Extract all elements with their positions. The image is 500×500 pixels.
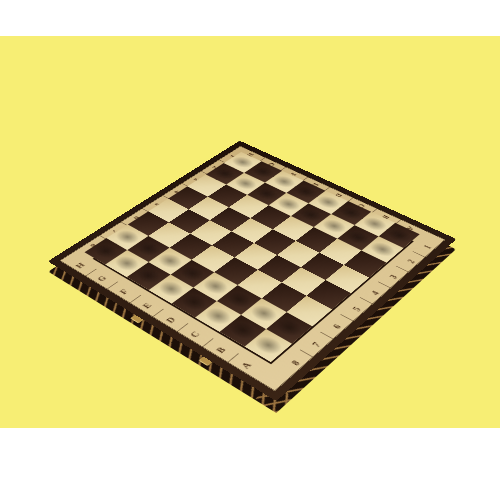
hinge-icon: [199, 356, 214, 366]
coord-label: 8: [289, 359, 301, 367]
scene: A B C D E F G H A B C D E F G H: [0, 0, 500, 500]
square-g8[interactable]: ♞: [105, 250, 148, 277]
coordinate-frame: A B C D E F G H A B C D E F G H: [59, 146, 445, 391]
coord-label: E: [141, 302, 153, 310]
coord-label: 4: [370, 289, 381, 296]
coord-label: A: [240, 362, 254, 371]
coord-label: H: [74, 262, 86, 270]
coord-label: B: [214, 346, 227, 355]
coord-label: D: [164, 316, 177, 324]
photo-stage: A B C D E F G H A B C D E F G H: [0, 0, 500, 500]
board-squares: ♜♞♝♛♚♝♞♜♟♟♟♟♟♟♟♟♟♟♟♟♟♟♟♟♜♞♝♛♚♝♞♜: [93, 161, 414, 364]
coord-label: 4: [172, 189, 182, 194]
chess-board: A B C D E F G H A B C D E F G H: [48, 141, 457, 402]
square-b2[interactable]: ♟: [337, 225, 378, 250]
hinge-icon: [130, 314, 144, 323]
coord-label: G: [95, 275, 107, 283]
coord-label: 5: [351, 306, 363, 313]
coord-label: F: [118, 289, 130, 296]
coord-label: 3: [388, 274, 399, 281]
coord-label: C: [188, 331, 201, 340]
coord-label: 2: [405, 258, 416, 264]
coord-label: 1: [422, 244, 433, 250]
